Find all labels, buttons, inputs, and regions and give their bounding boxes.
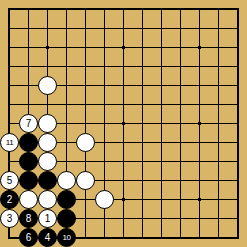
- grid-line-vertical: [237, 133, 238, 152]
- board-point[interactable]: [95, 133, 114, 152]
- board-point[interactable]: [57, 152, 76, 171]
- grid-line-vertical: [9, 114, 10, 133]
- board-point[interactable]: [76, 38, 95, 57]
- move-number-label: 7: [26, 119, 32, 129]
- star-point: [198, 122, 201, 125]
- board-point[interactable]: [114, 57, 133, 76]
- board-point[interactable]: 5: [0, 171, 19, 190]
- board-point[interactable]: [0, 38, 19, 57]
- board-point[interactable]: [76, 133, 95, 152]
- board-point[interactable]: [95, 95, 114, 114]
- grid-line-vertical: [218, 95, 219, 114]
- move-number-label: 1: [45, 214, 51, 224]
- board-point[interactable]: [76, 57, 95, 76]
- board-point[interactable]: [152, 57, 171, 76]
- grid-line-vertical: [180, 38, 181, 57]
- black-stone: 6: [19, 228, 38, 247]
- board-point[interactable]: [190, 133, 209, 152]
- board-point[interactable]: [38, 57, 57, 76]
- board-point[interactable]: [57, 133, 76, 152]
- grid-line-vertical: [85, 19, 86, 38]
- grid-line-vertical: [161, 19, 162, 38]
- board-point[interactable]: [152, 190, 171, 209]
- board-point[interactable]: [209, 76, 228, 95]
- board-point[interactable]: [228, 95, 247, 114]
- board-point[interactable]: [190, 152, 209, 171]
- white-stone: [38, 133, 57, 152]
- board-point[interactable]: [152, 133, 171, 152]
- move-number-label: 6: [26, 233, 32, 243]
- board-point[interactable]: [133, 114, 152, 133]
- board-point[interactable]: [171, 228, 190, 247]
- board-point[interactable]: [190, 95, 209, 114]
- move-number-label: 5: [7, 176, 13, 186]
- board-point[interactable]: [114, 171, 133, 190]
- grid-line-vertical: [104, 114, 105, 133]
- board-point[interactable]: [95, 228, 114, 247]
- grid-line-horizontal: [9, 161, 19, 162]
- board-point[interactable]: [57, 95, 76, 114]
- board-point[interactable]: [133, 228, 152, 247]
- board-point[interactable]: [209, 152, 228, 171]
- grid-line-horizontal: [9, 66, 19, 67]
- board-point[interactable]: [152, 19, 171, 38]
- board-point[interactable]: [0, 0, 19, 19]
- board-point[interactable]: 6: [19, 228, 38, 247]
- board-point[interactable]: [95, 57, 114, 76]
- grid-line-vertical: [47, 19, 48, 38]
- white-stone: 7: [19, 114, 38, 133]
- grid-line-vertical: [85, 228, 86, 238]
- move-number-label: 11: [6, 139, 13, 147]
- board-point[interactable]: [171, 209, 190, 228]
- board-point[interactable]: [228, 133, 247, 152]
- board-point[interactable]: [190, 171, 209, 190]
- board-point[interactable]: [171, 38, 190, 57]
- board-point[interactable]: [190, 0, 209, 19]
- board-point[interactable]: [38, 38, 57, 57]
- board-point[interactable]: 1: [38, 209, 57, 228]
- grid-line-vertical: [199, 95, 200, 114]
- board-point[interactable]: [19, 57, 38, 76]
- board-point[interactable]: [133, 38, 152, 57]
- grid-line-vertical: [218, 9, 219, 19]
- board-point[interactable]: [171, 19, 190, 38]
- board-point[interactable]: [209, 171, 228, 190]
- board-point[interactable]: [76, 114, 95, 133]
- board-point[interactable]: [57, 76, 76, 95]
- board-point[interactable]: [133, 209, 152, 228]
- board-point[interactable]: [171, 57, 190, 76]
- grid-line-vertical: [28, 57, 29, 76]
- board-point[interactable]: [133, 19, 152, 38]
- board-point[interactable]: [57, 209, 76, 228]
- board-point[interactable]: [209, 0, 228, 19]
- board-point[interactable]: [0, 19, 19, 38]
- board-point[interactable]: [0, 95, 19, 114]
- grid-line-vertical: [47, 57, 48, 76]
- board-point[interactable]: [190, 57, 209, 76]
- go-board: 711523816410: [0, 0, 247, 247]
- grid-line-vertical: [161, 114, 162, 133]
- grid-line-vertical: [123, 95, 124, 114]
- board-point[interactable]: [76, 0, 95, 19]
- grid-line-vertical: [180, 76, 181, 95]
- grid-line-vertical: [142, 38, 143, 57]
- grid-line-vertical: [104, 57, 105, 76]
- grid-line-vertical: [237, 171, 238, 190]
- board-point[interactable]: [228, 190, 247, 209]
- grid-line-vertical: [199, 133, 200, 152]
- board-point[interactable]: [133, 171, 152, 190]
- board-point[interactable]: [19, 152, 38, 171]
- board-point[interactable]: 2: [0, 190, 19, 209]
- white-stone: 3: [0, 209, 19, 228]
- grid-line-vertical: [85, 76, 86, 95]
- grid-line-vertical: [9, 38, 10, 57]
- grid-line-vertical: [199, 9, 200, 19]
- board-point[interactable]: [152, 171, 171, 190]
- board-point[interactable]: [95, 0, 114, 19]
- board-point[interactable]: [228, 38, 247, 57]
- grid-line-vertical: [142, 190, 143, 209]
- board-point[interactable]: 8: [19, 209, 38, 228]
- board-point[interactable]: [209, 209, 228, 228]
- move-number-label: 4: [45, 233, 51, 243]
- grid-line-vertical: [161, 190, 162, 209]
- grid-line-vertical: [237, 209, 238, 228]
- grid-line-vertical: [123, 57, 124, 76]
- board-point[interactable]: [76, 95, 95, 114]
- grid-line-vertical: [9, 19, 10, 38]
- grid-line-vertical: [180, 95, 181, 114]
- grid-line-vertical: [218, 152, 219, 171]
- grid-line-vertical: [85, 95, 86, 114]
- board-point[interactable]: [76, 76, 95, 95]
- grid-line-vertical: [237, 152, 238, 171]
- grid-line-vertical: [161, 38, 162, 57]
- board-point[interactable]: [228, 0, 247, 19]
- board-point[interactable]: [0, 228, 19, 247]
- board-point[interactable]: [114, 38, 133, 57]
- grid-line-vertical: [9, 57, 10, 76]
- board-point[interactable]: [19, 95, 38, 114]
- board-point[interactable]: [38, 133, 57, 152]
- grid-line-vertical: [123, 209, 124, 228]
- board-point[interactable]: [114, 133, 133, 152]
- board-point[interactable]: [209, 133, 228, 152]
- board-point[interactable]: 3: [0, 209, 19, 228]
- board-point[interactable]: [38, 152, 57, 171]
- white-stone: [95, 190, 114, 209]
- grid-line-vertical: [237, 95, 238, 114]
- grid-line-vertical: [161, 76, 162, 95]
- board-point[interactable]: [57, 171, 76, 190]
- white-stone: [76, 133, 95, 152]
- grid-line-vertical: [85, 114, 86, 133]
- board-point[interactable]: [114, 152, 133, 171]
- grid-line-vertical: [66, 76, 67, 95]
- board-point[interactable]: [152, 38, 171, 57]
- board-point[interactable]: [133, 95, 152, 114]
- grid-line-vertical: [142, 209, 143, 228]
- black-stone: [19, 152, 38, 171]
- board-point[interactable]: [95, 209, 114, 228]
- grid-line-vertical: [47, 95, 48, 114]
- grid-line-vertical: [104, 9, 105, 19]
- grid-line-vertical: [180, 133, 181, 152]
- move-number-label: 8: [26, 214, 32, 224]
- star-point: [122, 198, 125, 201]
- black-stone: 2: [0, 190, 19, 209]
- board-point[interactable]: [0, 114, 19, 133]
- grid-line-vertical: [142, 152, 143, 171]
- board-point[interactable]: [0, 57, 19, 76]
- grid-line-vertical: [199, 76, 200, 95]
- board-point[interactable]: [152, 228, 171, 247]
- board-point[interactable]: [76, 190, 95, 209]
- grid-line-vertical: [66, 19, 67, 38]
- board-point[interactable]: [57, 114, 76, 133]
- board-point[interactable]: [38, 95, 57, 114]
- board-point[interactable]: [133, 190, 152, 209]
- star-point: [198, 46, 201, 49]
- board-point[interactable]: [95, 114, 114, 133]
- board-point[interactable]: [114, 209, 133, 228]
- board-point[interactable]: [152, 95, 171, 114]
- grid-line-vertical: [142, 133, 143, 152]
- board-point[interactable]: [114, 95, 133, 114]
- board-point[interactable]: [95, 38, 114, 57]
- grid-line-vertical: [123, 133, 124, 152]
- grid-line-vertical: [218, 209, 219, 228]
- grid-line-vertical: [123, 171, 124, 190]
- black-stone: 4: [38, 228, 57, 247]
- board-point[interactable]: [209, 57, 228, 76]
- star-point: [122, 46, 125, 49]
- grid-line-vertical: [28, 19, 29, 38]
- board-point[interactable]: 11: [0, 133, 19, 152]
- board-point[interactable]: [114, 76, 133, 95]
- board-point[interactable]: [171, 171, 190, 190]
- board-point[interactable]: [209, 95, 228, 114]
- grid-line-vertical: [180, 152, 181, 171]
- board-point[interactable]: [114, 114, 133, 133]
- grid-line-vertical: [85, 9, 86, 19]
- board-point[interactable]: [152, 209, 171, 228]
- board-point[interactable]: [152, 76, 171, 95]
- board-point[interactable]: [190, 19, 209, 38]
- grid-line-horizontal: [9, 47, 19, 48]
- board-point[interactable]: [209, 38, 228, 57]
- board-point[interactable]: [228, 171, 247, 190]
- grid-line-vertical: [180, 190, 181, 209]
- grid-line-vertical: [237, 190, 238, 209]
- grid-line-vertical: [218, 57, 219, 76]
- grid-line-vertical: [9, 9, 10, 19]
- board-point[interactable]: [95, 190, 114, 209]
- board-point[interactable]: [209, 228, 228, 247]
- grid-line-vertical: [123, 9, 124, 19]
- white-stone: 5: [0, 171, 19, 190]
- grid-line-vertical: [123, 19, 124, 38]
- board-point[interactable]: 10: [57, 228, 76, 247]
- board-point[interactable]: [190, 114, 209, 133]
- white-stone: 11: [0, 133, 19, 152]
- board-point[interactable]: [19, 0, 38, 19]
- board-point[interactable]: [95, 76, 114, 95]
- grid-line-vertical: [66, 38, 67, 57]
- grid-line-vertical: [123, 76, 124, 95]
- board-point[interactable]: 4: [38, 228, 57, 247]
- board-point[interactable]: [0, 76, 19, 95]
- board-point[interactable]: [19, 133, 38, 152]
- board-point[interactable]: [19, 171, 38, 190]
- board-point[interactable]: [76, 209, 95, 228]
- grid-line-vertical: [199, 228, 200, 238]
- board-point[interactable]: [76, 228, 95, 247]
- board-point[interactable]: [228, 209, 247, 228]
- board-point[interactable]: [57, 190, 76, 209]
- board-point[interactable]: [38, 190, 57, 209]
- board-point[interactable]: [114, 228, 133, 247]
- grid-line-vertical: [66, 57, 67, 76]
- white-stone: [57, 171, 76, 190]
- grid-line-horizontal: [9, 104, 19, 105]
- board-point[interactable]: [38, 114, 57, 133]
- board-point[interactable]: [133, 57, 152, 76]
- board-point[interactable]: [228, 114, 247, 133]
- board-point[interactable]: [209, 114, 228, 133]
- board-point[interactable]: [171, 114, 190, 133]
- grid-line-vertical: [237, 76, 238, 95]
- board-point[interactable]: [0, 152, 19, 171]
- grid-line-vertical: [142, 171, 143, 190]
- white-stone: [38, 114, 57, 133]
- board-point[interactable]: [171, 0, 190, 19]
- board-point[interactable]: [95, 152, 114, 171]
- board-point[interactable]: [57, 19, 76, 38]
- black-stone: 10: [57, 228, 76, 247]
- board-point[interactable]: [171, 76, 190, 95]
- grid-line-vertical: [142, 95, 143, 114]
- board-point[interactable]: [209, 19, 228, 38]
- grid-line-vertical: [218, 76, 219, 95]
- board-point[interactable]: [76, 19, 95, 38]
- board-point[interactable]: [152, 114, 171, 133]
- board-point[interactable]: [190, 38, 209, 57]
- star-point: [46, 46, 49, 49]
- board-point[interactable]: [95, 19, 114, 38]
- grid-line-vertical: [66, 133, 67, 152]
- board-point[interactable]: [38, 76, 57, 95]
- black-stone: [57, 209, 76, 228]
- board-point[interactable]: [57, 57, 76, 76]
- board-point[interactable]: [228, 228, 247, 247]
- grid-line-vertical: [161, 209, 162, 228]
- grid-line-vertical: [161, 133, 162, 152]
- board-point[interactable]: [114, 0, 133, 19]
- move-number-label: 10: [63, 234, 71, 242]
- grid-line-vertical: [199, 57, 200, 76]
- grid-line-vertical: [104, 95, 105, 114]
- board-point[interactable]: [133, 133, 152, 152]
- board-point[interactable]: [76, 152, 95, 171]
- board-point[interactable]: [76, 171, 95, 190]
- grid-line-vertical: [180, 114, 181, 133]
- grid-line-vertical: [161, 152, 162, 171]
- grid-line-vertical: [161, 57, 162, 76]
- board-point[interactable]: [190, 209, 209, 228]
- board-point[interactable]: [171, 152, 190, 171]
- board-point[interactable]: [19, 38, 38, 57]
- grid-line-vertical: [218, 19, 219, 38]
- board-point[interactable]: [114, 19, 133, 38]
- board-point[interactable]: [57, 0, 76, 19]
- grid-line-vertical: [180, 209, 181, 228]
- grid-line-vertical: [218, 171, 219, 190]
- board-point[interactable]: [38, 171, 57, 190]
- board-point[interactable]: [38, 0, 57, 19]
- board-point[interactable]: [190, 76, 209, 95]
- grid-line-vertical: [104, 152, 105, 171]
- grid-line-vertical: [142, 76, 143, 95]
- grid-line-vertical: [28, 38, 29, 57]
- grid-line-vertical: [9, 95, 10, 114]
- board-point[interactable]: [38, 19, 57, 38]
- white-stone: [19, 190, 38, 209]
- grid-line-vertical: [161, 228, 162, 238]
- board-point[interactable]: [228, 152, 247, 171]
- board-point[interactable]: [152, 152, 171, 171]
- board-point[interactable]: 7: [19, 114, 38, 133]
- grid-line-vertical: [85, 190, 86, 209]
- grid-line-vertical: [218, 38, 219, 57]
- board-point[interactable]: [228, 57, 247, 76]
- move-number-label: 3: [7, 214, 13, 224]
- black-stone: [19, 171, 38, 190]
- board-point[interactable]: [228, 76, 247, 95]
- board-point[interactable]: [171, 190, 190, 209]
- board-point[interactable]: [19, 19, 38, 38]
- board-point[interactable]: [95, 171, 114, 190]
- board-point[interactable]: [171, 95, 190, 114]
- grid-line-horizontal: [9, 123, 19, 124]
- board-point[interactable]: [133, 76, 152, 95]
- board-point[interactable]: [228, 19, 247, 38]
- board-point[interactable]: [152, 0, 171, 19]
- grid-line-vertical: [104, 228, 105, 238]
- grid-line-vertical: [218, 190, 219, 209]
- grid-line-vertical: [237, 114, 238, 133]
- board-point[interactable]: [209, 190, 228, 209]
- board-point[interactable]: [19, 76, 38, 95]
- board-point[interactable]: [114, 190, 133, 209]
- board-point[interactable]: [57, 38, 76, 57]
- board-point[interactable]: [190, 190, 209, 209]
- board-point[interactable]: [171, 133, 190, 152]
- board-point[interactable]: [19, 190, 38, 209]
- grid-line-vertical: [142, 114, 143, 133]
- board-point[interactable]: [190, 228, 209, 247]
- grid-line-vertical: [85, 209, 86, 228]
- grid-line-vertical: [47, 9, 48, 19]
- board-point[interactable]: [133, 0, 152, 19]
- grid-line-vertical: [66, 95, 67, 114]
- grid-line-vertical: [104, 209, 105, 228]
- board-point[interactable]: [133, 152, 152, 171]
- grid-line-vertical: [237, 228, 238, 238]
